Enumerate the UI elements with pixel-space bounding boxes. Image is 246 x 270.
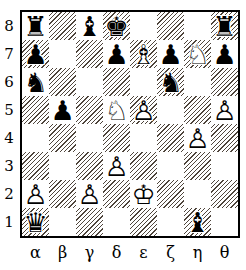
square-f6[interactable]: ♞	[157, 68, 184, 96]
rank-label-7: 7	[0, 40, 18, 68]
piece-glyph: ♚	[103, 12, 130, 40]
piece-glyph: ♙	[130, 96, 157, 124]
square-g6[interactable]	[184, 68, 211, 96]
file-label-h: θ	[211, 241, 238, 263]
square-h7[interactable]: ♟	[211, 40, 238, 68]
piece-glyph: ♙	[184, 124, 211, 152]
piece-glyph: ♔	[130, 180, 157, 208]
white-pawn-piece: ♟♙	[103, 152, 130, 180]
square-a6[interactable]: ♞	[22, 68, 49, 96]
square-d3[interactable]: ♟♙	[103, 152, 130, 180]
file-label-f: ζ	[157, 241, 184, 263]
square-a1[interactable]: ♛	[22, 208, 49, 236]
square-g5[interactable]	[184, 96, 211, 124]
square-h2[interactable]	[211, 180, 238, 208]
square-c6[interactable]	[76, 68, 103, 96]
square-b3[interactable]	[49, 152, 76, 180]
piece-glyph: ♜	[211, 12, 238, 40]
black-king-piece: ♚	[103, 12, 130, 40]
white-king-piece: ♚♔	[130, 180, 157, 208]
square-d2[interactable]	[103, 180, 130, 208]
square-a7[interactable]: ♟	[22, 40, 49, 68]
piece-glyph: ♟	[211, 40, 238, 68]
black-bishop-piece: ♝	[76, 12, 103, 40]
rank-label-6: 6	[0, 68, 18, 96]
square-b8[interactable]	[49, 12, 76, 40]
white-knight-piece: ♞♘	[184, 40, 211, 68]
square-b7[interactable]	[49, 40, 76, 68]
black-knight-piece: ♞	[157, 68, 184, 96]
black-pawn-piece: ♟	[157, 40, 184, 68]
piece-glyph: ♝	[76, 12, 103, 40]
square-c7[interactable]	[76, 40, 103, 68]
file-label-c: γ	[76, 241, 103, 263]
rank-label-8: 8	[0, 12, 18, 40]
file-label-d: δ	[103, 241, 130, 263]
rank-label-3: 3	[0, 152, 18, 180]
square-f7[interactable]: ♟	[157, 40, 184, 68]
piece-glyph: ♙	[103, 152, 130, 180]
white-knight-piece: ♞♘	[103, 96, 130, 124]
square-c8[interactable]: ♝	[76, 12, 103, 40]
piece-glyph: ♙	[76, 180, 103, 208]
piece-glyph: ♟	[157, 40, 184, 68]
square-a8[interactable]: ♜	[22, 12, 49, 40]
square-h3[interactable]	[211, 152, 238, 180]
file-label-a: α	[22, 241, 49, 263]
piece-glyph: ♞	[22, 68, 49, 96]
square-a4[interactable]	[22, 124, 49, 152]
board: ♜♝♚♜♟♟♝♗♟♞♘♟♞♞♟♞♘♟♙♟♙♟♙♟♙♟♙♟♙♚♔♛♝	[20, 10, 240, 238]
square-g8[interactable]	[184, 12, 211, 40]
square-a3[interactable]	[22, 152, 49, 180]
square-d5[interactable]: ♞♘	[103, 96, 130, 124]
piece-glyph: ♘	[184, 40, 211, 68]
square-g2[interactable]	[184, 180, 211, 208]
square-e1[interactable]	[130, 208, 157, 236]
black-rook-piece: ♜	[22, 12, 49, 40]
square-h1[interactable]	[211, 208, 238, 236]
square-h8[interactable]: ♜	[211, 12, 238, 40]
white-pawn-piece: ♟♙	[184, 124, 211, 152]
white-pawn-piece: ♟♙	[211, 96, 238, 124]
square-f5[interactable]	[157, 96, 184, 124]
piece-glyph: ♛	[22, 208, 49, 236]
white-pawn-piece: ♟♙	[22, 180, 49, 208]
square-d8[interactable]: ♚	[103, 12, 130, 40]
square-g4[interactable]: ♟♙	[184, 124, 211, 152]
square-f3[interactable]	[157, 152, 184, 180]
square-d6[interactable]	[103, 68, 130, 96]
square-f4[interactable]	[157, 124, 184, 152]
square-g7[interactable]: ♞♘	[184, 40, 211, 68]
square-b1[interactable]	[49, 208, 76, 236]
square-e5[interactable]: ♟♙	[130, 96, 157, 124]
rank-label-1: 1	[0, 208, 18, 236]
piece-glyph: ♜	[22, 12, 49, 40]
piece-glyph: ♞	[157, 68, 184, 96]
piece-glyph: ♟	[49, 96, 76, 124]
square-a5[interactable]	[22, 96, 49, 124]
file-label-e: ε	[130, 241, 157, 263]
square-h4[interactable]	[211, 124, 238, 152]
rank-label-4: 4	[0, 124, 18, 152]
white-pawn-piece: ♟♙	[130, 96, 157, 124]
square-e2[interactable]: ♚♔	[130, 180, 157, 208]
square-e8[interactable]	[130, 12, 157, 40]
square-d1[interactable]	[103, 208, 130, 236]
square-g1[interactable]: ♝	[184, 208, 211, 236]
chess-diagram: 87654321 ♜♝♚♜♟♟♝♗♟♞♘♟♞♞♟♞♘♟♙♟♙♟♙♟♙♟♙♟♙♚♔…	[0, 0, 246, 270]
square-a2[interactable]: ♟♙	[22, 180, 49, 208]
square-e3[interactable]	[130, 152, 157, 180]
file-label-b: β	[49, 241, 76, 263]
square-c4[interactable]	[76, 124, 103, 152]
rank-labels: 87654321	[0, 12, 18, 236]
piece-glyph: ♗	[130, 40, 157, 68]
white-pawn-piece: ♟♙	[76, 180, 103, 208]
square-e6[interactable]	[130, 68, 157, 96]
square-c3[interactable]	[76, 152, 103, 180]
piece-glyph: ♟	[22, 40, 49, 68]
square-h5[interactable]: ♟♙	[211, 96, 238, 124]
square-d4[interactable]	[103, 124, 130, 152]
black-pawn-piece: ♟	[22, 40, 49, 68]
black-rook-piece: ♜	[211, 12, 238, 40]
piece-glyph: ♙	[22, 180, 49, 208]
piece-glyph: ♟	[103, 40, 130, 68]
square-b2[interactable]	[49, 180, 76, 208]
black-pawn-piece: ♟	[103, 40, 130, 68]
square-c5[interactable]	[76, 96, 103, 124]
square-c2[interactable]: ♟♙	[76, 180, 103, 208]
piece-glyph: ♙	[211, 96, 238, 124]
file-label-g: η	[184, 241, 211, 263]
square-f1[interactable]	[157, 208, 184, 236]
black-pawn-piece: ♟	[211, 40, 238, 68]
square-b4[interactable]	[49, 124, 76, 152]
black-knight-piece: ♞	[22, 68, 49, 96]
black-pawn-piece: ♟	[49, 96, 76, 124]
file-labels: αβγδεζηθ	[22, 241, 238, 263]
square-b5[interactable]: ♟	[49, 96, 76, 124]
piece-glyph: ♘	[103, 96, 130, 124]
black-queen-piece: ♛	[22, 208, 49, 236]
square-c1[interactable]	[76, 208, 103, 236]
square-e4[interactable]	[130, 124, 157, 152]
square-f8[interactable]	[157, 12, 184, 40]
square-f2[interactable]	[157, 180, 184, 208]
square-g3[interactable]	[184, 152, 211, 180]
piece-glyph: ♝	[184, 208, 211, 236]
white-bishop-piece: ♝♗	[130, 40, 157, 68]
square-h6[interactable]	[211, 68, 238, 96]
square-b6[interactable]	[49, 68, 76, 96]
black-bishop-piece: ♝	[184, 208, 211, 236]
rank-label-2: 2	[0, 180, 18, 208]
square-e7[interactable]: ♝♗	[130, 40, 157, 68]
rank-label-5: 5	[0, 96, 18, 124]
square-d7[interactable]: ♟	[103, 40, 130, 68]
